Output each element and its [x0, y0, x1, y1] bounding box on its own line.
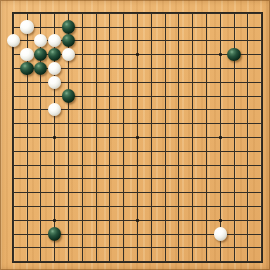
intersection-G2[interactable]: [89, 241, 103, 255]
intersection-M10[interactable]: [158, 131, 172, 145]
intersection-H15[interactable]: [103, 62, 117, 76]
intersection-C19[interactable]: [34, 6, 48, 20]
intersection-F9[interactable]: [75, 144, 89, 158]
intersection-N14[interactable]: [172, 75, 186, 89]
intersection-N17[interactable]: [172, 34, 186, 48]
intersection-M6[interactable]: [158, 186, 172, 200]
intersection-G9[interactable]: [89, 144, 103, 158]
intersection-C15[interactable]: [34, 62, 48, 76]
intersection-C10[interactable]: [34, 131, 48, 145]
intersection-S8[interactable]: [241, 158, 255, 172]
intersection-B14[interactable]: [20, 75, 34, 89]
intersection-G3[interactable]: [89, 227, 103, 241]
intersection-N5[interactable]: [172, 200, 186, 214]
intersection-N1[interactable]: [172, 255, 186, 269]
intersection-K18[interactable]: [131, 20, 145, 34]
intersection-G16[interactable]: [89, 48, 103, 62]
intersection-K8[interactable]: [131, 158, 145, 172]
intersection-N9[interactable]: [172, 144, 186, 158]
intersection-D10[interactable]: [48, 131, 62, 145]
intersection-J5[interactable]: [117, 200, 131, 214]
intersection-R18[interactable]: [227, 20, 241, 34]
intersection-B19[interactable]: [20, 6, 34, 20]
intersection-F13[interactable]: [75, 89, 89, 103]
intersection-D5[interactable]: [48, 200, 62, 214]
intersection-J3[interactable]: [117, 227, 131, 241]
intersection-K14[interactable]: [131, 75, 145, 89]
intersection-D3[interactable]: [48, 227, 62, 241]
intersection-C3[interactable]: [34, 227, 48, 241]
intersection-O13[interactable]: [186, 89, 200, 103]
intersection-M18[interactable]: [158, 20, 172, 34]
intersection-L14[interactable]: [144, 75, 158, 89]
intersection-P3[interactable]: [200, 227, 214, 241]
intersection-P19[interactable]: [200, 6, 214, 20]
intersection-G12[interactable]: [89, 103, 103, 117]
intersection-Q8[interactable]: [213, 158, 227, 172]
intersection-D13[interactable]: [48, 89, 62, 103]
intersection-T17[interactable]: [255, 34, 269, 48]
intersection-G1[interactable]: [89, 255, 103, 269]
intersection-O12[interactable]: [186, 103, 200, 117]
intersection-G10[interactable]: [89, 131, 103, 145]
intersection-J17[interactable]: [117, 34, 131, 48]
intersection-F2[interactable]: [75, 241, 89, 255]
intersection-T5[interactable]: [255, 200, 269, 214]
intersection-K13[interactable]: [131, 89, 145, 103]
intersection-T15[interactable]: [255, 62, 269, 76]
intersection-A5[interactable]: [6, 200, 20, 214]
intersection-J16[interactable]: [117, 48, 131, 62]
intersection-M5[interactable]: [158, 200, 172, 214]
intersection-K16[interactable]: [131, 48, 145, 62]
intersection-F10[interactable]: [75, 131, 89, 145]
intersection-R2[interactable]: [227, 241, 241, 255]
intersection-F3[interactable]: [75, 227, 89, 241]
intersection-P8[interactable]: [200, 158, 214, 172]
intersection-H12[interactable]: [103, 103, 117, 117]
intersection-E11[interactable]: [62, 117, 76, 131]
intersection-J13[interactable]: [117, 89, 131, 103]
intersection-R16[interactable]: [227, 48, 241, 62]
intersection-C6[interactable]: [34, 186, 48, 200]
intersection-E7[interactable]: [62, 172, 76, 186]
intersection-O14[interactable]: [186, 75, 200, 89]
intersection-H19[interactable]: [103, 6, 117, 20]
intersection-H14[interactable]: [103, 75, 117, 89]
intersection-M2[interactable]: [158, 241, 172, 255]
intersection-Q16[interactable]: [213, 48, 227, 62]
intersection-O11[interactable]: [186, 117, 200, 131]
intersection-C4[interactable]: [34, 213, 48, 227]
intersection-D16[interactable]: [48, 48, 62, 62]
intersection-R7[interactable]: [227, 172, 241, 186]
intersection-L13[interactable]: [144, 89, 158, 103]
intersection-L7[interactable]: [144, 172, 158, 186]
intersection-O4[interactable]: [186, 213, 200, 227]
intersection-C12[interactable]: [34, 103, 48, 117]
intersection-S9[interactable]: [241, 144, 255, 158]
intersection-P13[interactable]: [200, 89, 214, 103]
intersection-Q2[interactable]: [213, 241, 227, 255]
intersection-N19[interactable]: [172, 6, 186, 20]
intersection-P14[interactable]: [200, 75, 214, 89]
intersection-Q6[interactable]: [213, 186, 227, 200]
intersection-R14[interactable]: [227, 75, 241, 89]
intersection-H7[interactable]: [103, 172, 117, 186]
intersection-S10[interactable]: [241, 131, 255, 145]
intersection-Q18[interactable]: [213, 20, 227, 34]
intersection-P12[interactable]: [200, 103, 214, 117]
intersection-E15[interactable]: [62, 62, 76, 76]
intersection-M15[interactable]: [158, 62, 172, 76]
intersection-B1[interactable]: [20, 255, 34, 269]
intersection-E4[interactable]: [62, 213, 76, 227]
intersection-N13[interactable]: [172, 89, 186, 103]
intersection-S12[interactable]: [241, 103, 255, 117]
intersection-E2[interactable]: [62, 241, 76, 255]
intersection-T12[interactable]: [255, 103, 269, 117]
intersection-C17[interactable]: [34, 34, 48, 48]
intersection-A7[interactable]: [6, 172, 20, 186]
intersection-O5[interactable]: [186, 200, 200, 214]
intersection-M12[interactable]: [158, 103, 172, 117]
intersection-N15[interactable]: [172, 62, 186, 76]
intersection-G17[interactable]: [89, 34, 103, 48]
intersection-M19[interactable]: [158, 6, 172, 20]
intersection-E1[interactable]: [62, 255, 76, 269]
intersection-N3[interactable]: [172, 227, 186, 241]
intersection-J6[interactable]: [117, 186, 131, 200]
intersection-C8[interactable]: [34, 158, 48, 172]
intersection-A13[interactable]: [6, 89, 20, 103]
intersection-R5[interactable]: [227, 200, 241, 214]
intersection-H1[interactable]: [103, 255, 117, 269]
intersection-O6[interactable]: [186, 186, 200, 200]
intersection-H3[interactable]: [103, 227, 117, 241]
intersection-P4[interactable]: [200, 213, 214, 227]
intersection-L2[interactable]: [144, 241, 158, 255]
intersection-Q3[interactable]: [213, 227, 227, 241]
intersection-R12[interactable]: [227, 103, 241, 117]
intersection-T2[interactable]: [255, 241, 269, 255]
intersection-C18[interactable]: [34, 20, 48, 34]
intersection-T7[interactable]: [255, 172, 269, 186]
intersection-K9[interactable]: [131, 144, 145, 158]
intersection-B18[interactable]: [20, 20, 34, 34]
intersection-Q15[interactable]: [213, 62, 227, 76]
intersection-R10[interactable]: [227, 131, 241, 145]
intersection-S19[interactable]: [241, 6, 255, 20]
intersection-B10[interactable]: [20, 131, 34, 145]
intersection-M14[interactable]: [158, 75, 172, 89]
intersection-Q9[interactable]: [213, 144, 227, 158]
intersection-S17[interactable]: [241, 34, 255, 48]
intersection-E10[interactable]: [62, 131, 76, 145]
intersection-H16[interactable]: [103, 48, 117, 62]
intersection-C7[interactable]: [34, 172, 48, 186]
go-board-grid[interactable]: [6, 6, 268, 268]
intersection-J14[interactable]: [117, 75, 131, 89]
intersection-T19[interactable]: [255, 6, 269, 20]
intersection-O8[interactable]: [186, 158, 200, 172]
intersection-D11[interactable]: [48, 117, 62, 131]
intersection-R15[interactable]: [227, 62, 241, 76]
intersection-A16[interactable]: [6, 48, 20, 62]
intersection-A2[interactable]: [6, 241, 20, 255]
intersection-Q11[interactable]: [213, 117, 227, 131]
intersection-S11[interactable]: [241, 117, 255, 131]
intersection-O16[interactable]: [186, 48, 200, 62]
intersection-C9[interactable]: [34, 144, 48, 158]
intersection-B12[interactable]: [20, 103, 34, 117]
intersection-E18[interactable]: [62, 20, 76, 34]
intersection-S6[interactable]: [241, 186, 255, 200]
intersection-L15[interactable]: [144, 62, 158, 76]
intersection-K11[interactable]: [131, 117, 145, 131]
intersection-H4[interactable]: [103, 213, 117, 227]
intersection-J18[interactable]: [117, 20, 131, 34]
intersection-F7[interactable]: [75, 172, 89, 186]
intersection-O18[interactable]: [186, 20, 200, 34]
intersection-C11[interactable]: [34, 117, 48, 131]
intersection-M1[interactable]: [158, 255, 172, 269]
intersection-M3[interactable]: [158, 227, 172, 241]
intersection-L3[interactable]: [144, 227, 158, 241]
intersection-G15[interactable]: [89, 62, 103, 76]
intersection-C1[interactable]: [34, 255, 48, 269]
intersection-D15[interactable]: [48, 62, 62, 76]
intersection-J11[interactable]: [117, 117, 131, 131]
intersection-G14[interactable]: [89, 75, 103, 89]
intersection-F19[interactable]: [75, 6, 89, 20]
intersection-E6[interactable]: [62, 186, 76, 200]
intersection-G6[interactable]: [89, 186, 103, 200]
intersection-H17[interactable]: [103, 34, 117, 48]
intersection-E12[interactable]: [62, 103, 76, 117]
intersection-H13[interactable]: [103, 89, 117, 103]
intersection-F17[interactable]: [75, 34, 89, 48]
intersection-L4[interactable]: [144, 213, 158, 227]
intersection-H2[interactable]: [103, 241, 117, 255]
intersection-L8[interactable]: [144, 158, 158, 172]
intersection-R13[interactable]: [227, 89, 241, 103]
intersection-A19[interactable]: [6, 6, 20, 20]
intersection-T4[interactable]: [255, 213, 269, 227]
intersection-T10[interactable]: [255, 131, 269, 145]
intersection-O9[interactable]: [186, 144, 200, 158]
intersection-N10[interactable]: [172, 131, 186, 145]
intersection-F6[interactable]: [75, 186, 89, 200]
intersection-M4[interactable]: [158, 213, 172, 227]
intersection-J12[interactable]: [117, 103, 131, 117]
intersection-O10[interactable]: [186, 131, 200, 145]
intersection-D14[interactable]: [48, 75, 62, 89]
intersection-E17[interactable]: [62, 34, 76, 48]
intersection-P5[interactable]: [200, 200, 214, 214]
intersection-G11[interactable]: [89, 117, 103, 131]
intersection-H5[interactable]: [103, 200, 117, 214]
intersection-K2[interactable]: [131, 241, 145, 255]
intersection-P7[interactable]: [200, 172, 214, 186]
intersection-L16[interactable]: [144, 48, 158, 62]
intersection-B16[interactable]: [20, 48, 34, 62]
intersection-O15[interactable]: [186, 62, 200, 76]
intersection-N16[interactable]: [172, 48, 186, 62]
intersection-B11[interactable]: [20, 117, 34, 131]
intersection-C2[interactable]: [34, 241, 48, 255]
intersection-O17[interactable]: [186, 34, 200, 48]
intersection-B2[interactable]: [20, 241, 34, 255]
intersection-R9[interactable]: [227, 144, 241, 158]
intersection-E13[interactable]: [62, 89, 76, 103]
intersection-T14[interactable]: [255, 75, 269, 89]
intersection-G4[interactable]: [89, 213, 103, 227]
intersection-Q4[interactable]: [213, 213, 227, 227]
intersection-G8[interactable]: [89, 158, 103, 172]
intersection-E19[interactable]: [62, 6, 76, 20]
intersection-A17[interactable]: [6, 34, 20, 48]
intersection-T11[interactable]: [255, 117, 269, 131]
intersection-E16[interactable]: [62, 48, 76, 62]
intersection-P16[interactable]: [200, 48, 214, 62]
intersection-G18[interactable]: [89, 20, 103, 34]
intersection-L10[interactable]: [144, 131, 158, 145]
intersection-G5[interactable]: [89, 200, 103, 214]
intersection-J4[interactable]: [117, 213, 131, 227]
intersection-N18[interactable]: [172, 20, 186, 34]
intersection-T1[interactable]: [255, 255, 269, 269]
intersection-F14[interactable]: [75, 75, 89, 89]
intersection-K19[interactable]: [131, 6, 145, 20]
intersection-H18[interactable]: [103, 20, 117, 34]
intersection-M11[interactable]: [158, 117, 172, 131]
intersection-F4[interactable]: [75, 213, 89, 227]
intersection-G7[interactable]: [89, 172, 103, 186]
intersection-O2[interactable]: [186, 241, 200, 255]
intersection-K12[interactable]: [131, 103, 145, 117]
intersection-B7[interactable]: [20, 172, 34, 186]
intersection-A18[interactable]: [6, 20, 20, 34]
intersection-S14[interactable]: [241, 75, 255, 89]
intersection-B8[interactable]: [20, 158, 34, 172]
intersection-A4[interactable]: [6, 213, 20, 227]
intersection-D4[interactable]: [48, 213, 62, 227]
intersection-F16[interactable]: [75, 48, 89, 62]
intersection-Q1[interactable]: [213, 255, 227, 269]
intersection-J19[interactable]: [117, 6, 131, 20]
intersection-B15[interactable]: [20, 62, 34, 76]
intersection-S1[interactable]: [241, 255, 255, 269]
intersection-B9[interactable]: [20, 144, 34, 158]
intersection-M9[interactable]: [158, 144, 172, 158]
intersection-N8[interactable]: [172, 158, 186, 172]
intersection-K3[interactable]: [131, 227, 145, 241]
intersection-P9[interactable]: [200, 144, 214, 158]
intersection-E14[interactable]: [62, 75, 76, 89]
intersection-A12[interactable]: [6, 103, 20, 117]
intersection-D2[interactable]: [48, 241, 62, 255]
intersection-B17[interactable]: [20, 34, 34, 48]
intersection-M17[interactable]: [158, 34, 172, 48]
intersection-M13[interactable]: [158, 89, 172, 103]
intersection-L6[interactable]: [144, 186, 158, 200]
intersection-P15[interactable]: [200, 62, 214, 76]
intersection-J15[interactable]: [117, 62, 131, 76]
intersection-B4[interactable]: [20, 213, 34, 227]
intersection-T6[interactable]: [255, 186, 269, 200]
intersection-Q10[interactable]: [213, 131, 227, 145]
intersection-D9[interactable]: [48, 144, 62, 158]
intersection-A6[interactable]: [6, 186, 20, 200]
intersection-Q19[interactable]: [213, 6, 227, 20]
intersection-F15[interactable]: [75, 62, 89, 76]
intersection-L19[interactable]: [144, 6, 158, 20]
intersection-M8[interactable]: [158, 158, 172, 172]
intersection-D1[interactable]: [48, 255, 62, 269]
intersection-J9[interactable]: [117, 144, 131, 158]
intersection-A9[interactable]: [6, 144, 20, 158]
intersection-J8[interactable]: [117, 158, 131, 172]
intersection-N11[interactable]: [172, 117, 186, 131]
intersection-A15[interactable]: [6, 62, 20, 76]
intersection-F5[interactable]: [75, 200, 89, 214]
intersection-P1[interactable]: [200, 255, 214, 269]
intersection-H8[interactable]: [103, 158, 117, 172]
intersection-L1[interactable]: [144, 255, 158, 269]
intersection-B13[interactable]: [20, 89, 34, 103]
intersection-K1[interactable]: [131, 255, 145, 269]
intersection-P17[interactable]: [200, 34, 214, 48]
intersection-E3[interactable]: [62, 227, 76, 241]
intersection-K10[interactable]: [131, 131, 145, 145]
intersection-Q7[interactable]: [213, 172, 227, 186]
intersection-R11[interactable]: [227, 117, 241, 131]
intersection-H11[interactable]: [103, 117, 117, 131]
intersection-H6[interactable]: [103, 186, 117, 200]
intersection-K5[interactable]: [131, 200, 145, 214]
intersection-N2[interactable]: [172, 241, 186, 255]
intersection-C5[interactable]: [34, 200, 48, 214]
intersection-T8[interactable]: [255, 158, 269, 172]
intersection-D7[interactable]: [48, 172, 62, 186]
intersection-D6[interactable]: [48, 186, 62, 200]
intersection-Q13[interactable]: [213, 89, 227, 103]
intersection-O3[interactable]: [186, 227, 200, 241]
intersection-C16[interactable]: [34, 48, 48, 62]
intersection-A14[interactable]: [6, 75, 20, 89]
intersection-K4[interactable]: [131, 213, 145, 227]
intersection-P18[interactable]: [200, 20, 214, 34]
intersection-G13[interactable]: [89, 89, 103, 103]
intersection-N7[interactable]: [172, 172, 186, 186]
intersection-J10[interactable]: [117, 131, 131, 145]
intersection-F18[interactable]: [75, 20, 89, 34]
intersection-Q12[interactable]: [213, 103, 227, 117]
intersection-M7[interactable]: [158, 172, 172, 186]
intersection-T16[interactable]: [255, 48, 269, 62]
intersection-T13[interactable]: [255, 89, 269, 103]
intersection-B6[interactable]: [20, 186, 34, 200]
intersection-A11[interactable]: [6, 117, 20, 131]
intersection-R1[interactable]: [227, 255, 241, 269]
intersection-R8[interactable]: [227, 158, 241, 172]
intersection-R19[interactable]: [227, 6, 241, 20]
intersection-P6[interactable]: [200, 186, 214, 200]
intersection-R17[interactable]: [227, 34, 241, 48]
intersection-F12[interactable]: [75, 103, 89, 117]
intersection-S3[interactable]: [241, 227, 255, 241]
